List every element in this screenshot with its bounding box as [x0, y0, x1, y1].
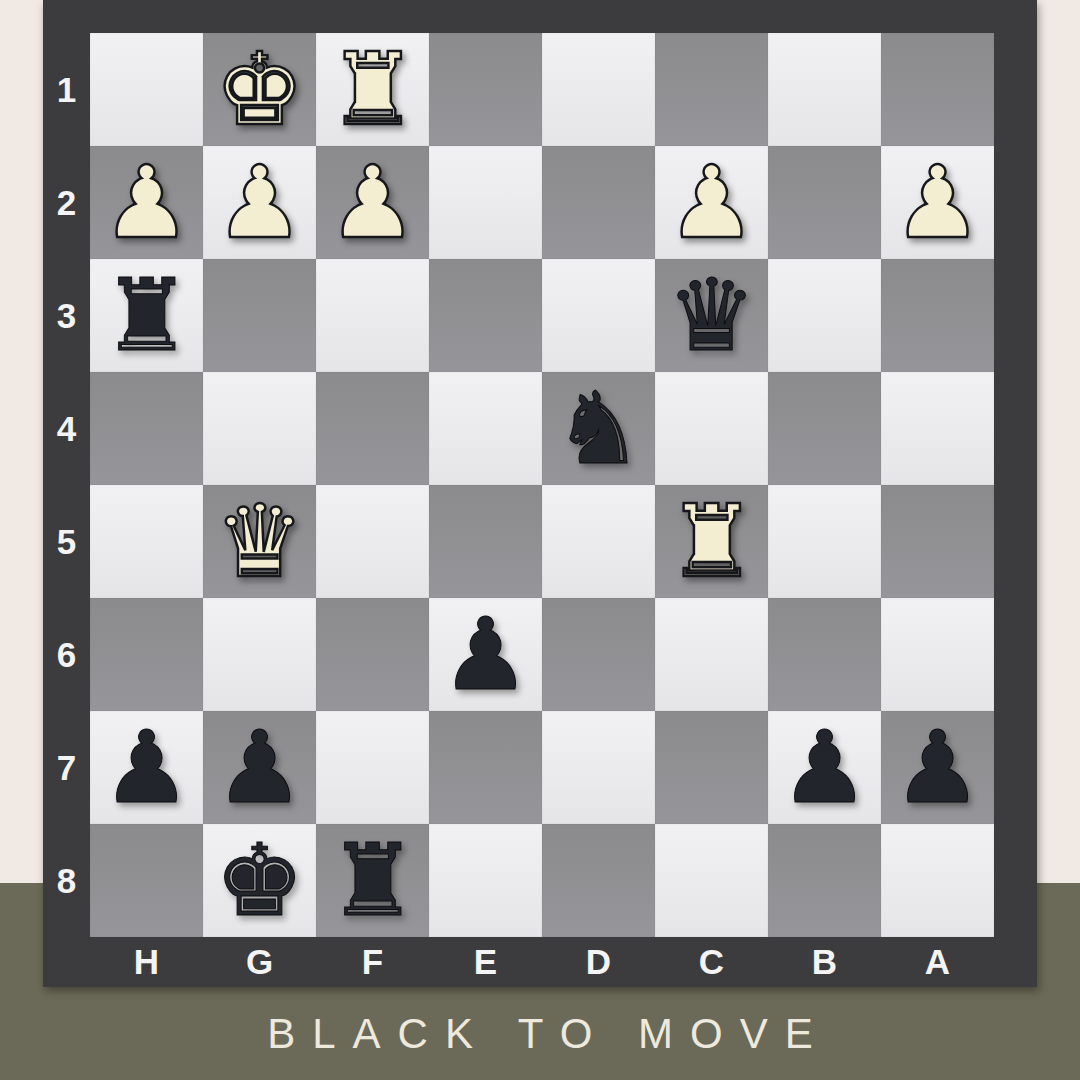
square-d2[interactable] — [542, 146, 655, 259]
board-frame: 12345678 ♚♜♟♟♟♟♟♜♛♞♛♜♟♟♟♟♟♚♜ HGFEDCBA — [43, 0, 1037, 987]
square-g6[interactable] — [203, 598, 316, 711]
file-label-g: G — [203, 937, 316, 987]
black-piece-p: ♟ — [780, 718, 870, 818]
square-h8[interactable] — [90, 824, 203, 937]
white-piece-r: ♜ — [667, 492, 757, 592]
file-label-h: H — [90, 937, 203, 987]
square-e6[interactable]: ♟ — [429, 598, 542, 711]
square-h3[interactable]: ♜ — [90, 259, 203, 372]
square-c1[interactable] — [655, 33, 768, 146]
black-piece-k: ♚ — [215, 831, 305, 931]
file-labels: HGFEDCBA — [90, 937, 994, 987]
square-c7[interactable] — [655, 711, 768, 824]
square-h4[interactable] — [90, 372, 203, 485]
square-d8[interactable] — [542, 824, 655, 937]
square-g1[interactable]: ♚ — [203, 33, 316, 146]
white-piece-k: ♚ — [215, 40, 305, 140]
square-b1[interactable] — [768, 33, 881, 146]
square-e7[interactable] — [429, 711, 542, 824]
square-c4[interactable] — [655, 372, 768, 485]
file-label-f: F — [316, 937, 429, 987]
square-f4[interactable] — [316, 372, 429, 485]
square-b7[interactable]: ♟ — [768, 711, 881, 824]
rank-label-3: 3 — [43, 259, 90, 372]
square-a3[interactable] — [881, 259, 994, 372]
square-b8[interactable] — [768, 824, 881, 937]
black-piece-n: ♞ — [554, 379, 644, 479]
white-piece-p: ♟ — [328, 153, 418, 253]
square-c3[interactable]: ♛ — [655, 259, 768, 372]
rank-label-2: 2 — [43, 146, 90, 259]
square-d5[interactable] — [542, 485, 655, 598]
black-piece-p: ♟ — [215, 718, 305, 818]
black-piece-p: ♟ — [893, 718, 983, 818]
square-h7[interactable]: ♟ — [90, 711, 203, 824]
square-e8[interactable] — [429, 824, 542, 937]
file-label-b: B — [768, 937, 881, 987]
white-piece-r: ♜ — [328, 40, 418, 140]
square-b5[interactable] — [768, 485, 881, 598]
rank-labels: 12345678 — [43, 33, 90, 937]
square-d3[interactable] — [542, 259, 655, 372]
square-f3[interactable] — [316, 259, 429, 372]
white-piece-p: ♟ — [667, 153, 757, 253]
board: ♚♜♟♟♟♟♟♜♛♞♛♜♟♟♟♟♟♚♜ — [90, 33, 994, 937]
square-g5[interactable]: ♛ — [203, 485, 316, 598]
square-a8[interactable] — [881, 824, 994, 937]
square-b4[interactable] — [768, 372, 881, 485]
square-g3[interactable] — [203, 259, 316, 372]
black-piece-r: ♜ — [102, 266, 192, 366]
file-label-a: A — [881, 937, 994, 987]
rank-label-1: 1 — [43, 33, 90, 146]
square-a2[interactable]: ♟ — [881, 146, 994, 259]
square-d1[interactable] — [542, 33, 655, 146]
caption-band: BLACK TO MOVE — [0, 987, 1080, 1080]
square-c8[interactable] — [655, 824, 768, 937]
square-g8[interactable]: ♚ — [203, 824, 316, 937]
file-label-c: C — [655, 937, 768, 987]
white-piece-p: ♟ — [893, 153, 983, 253]
square-b6[interactable] — [768, 598, 881, 711]
square-b2[interactable] — [768, 146, 881, 259]
white-piece-q: ♛ — [215, 492, 305, 592]
square-e2[interactable] — [429, 146, 542, 259]
square-a7[interactable]: ♟ — [881, 711, 994, 824]
white-piece-p: ♟ — [102, 153, 192, 253]
rank-label-8: 8 — [43, 824, 90, 937]
white-piece-p: ♟ — [215, 153, 305, 253]
black-piece-r: ♜ — [328, 831, 418, 931]
square-e1[interactable] — [429, 33, 542, 146]
square-c5[interactable]: ♜ — [655, 485, 768, 598]
file-label-e: E — [429, 937, 542, 987]
square-f5[interactable] — [316, 485, 429, 598]
square-f6[interactable] — [316, 598, 429, 711]
rank-label-7: 7 — [43, 711, 90, 824]
square-h6[interactable] — [90, 598, 203, 711]
square-e4[interactable] — [429, 372, 542, 485]
turn-caption: BLACK TO MOVE — [250, 1010, 830, 1058]
square-h5[interactable] — [90, 485, 203, 598]
square-a1[interactable] — [881, 33, 994, 146]
square-b3[interactable] — [768, 259, 881, 372]
square-f2[interactable]: ♟ — [316, 146, 429, 259]
rank-label-4: 4 — [43, 372, 90, 485]
square-f8[interactable]: ♜ — [316, 824, 429, 937]
square-d7[interactable] — [542, 711, 655, 824]
square-g2[interactable]: ♟ — [203, 146, 316, 259]
square-a6[interactable] — [881, 598, 994, 711]
black-piece-p: ♟ — [441, 605, 531, 705]
square-a5[interactable] — [881, 485, 994, 598]
square-g7[interactable]: ♟ — [203, 711, 316, 824]
rank-label-5: 5 — [43, 485, 90, 598]
rank-label-6: 6 — [43, 598, 90, 711]
black-piece-q: ♛ — [667, 266, 757, 366]
square-d6[interactable] — [542, 598, 655, 711]
black-piece-p: ♟ — [102, 718, 192, 818]
square-f7[interactable] — [316, 711, 429, 824]
square-h1[interactable] — [90, 33, 203, 146]
square-c2[interactable]: ♟ — [655, 146, 768, 259]
square-c6[interactable] — [655, 598, 768, 711]
square-a4[interactable] — [881, 372, 994, 485]
square-g4[interactable] — [203, 372, 316, 485]
file-label-d: D — [542, 937, 655, 987]
square-e5[interactable] — [429, 485, 542, 598]
square-f1[interactable]: ♜ — [316, 33, 429, 146]
square-h2[interactable]: ♟ — [90, 146, 203, 259]
square-e3[interactable] — [429, 259, 542, 372]
square-d4[interactable]: ♞ — [542, 372, 655, 485]
